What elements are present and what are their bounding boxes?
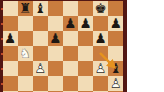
square-c4[interactable]: ♟♙ — [33, 61, 48, 76]
square-f5[interactable] — [78, 46, 93, 61]
square-d6[interactable]: ♟ — [48, 31, 63, 46]
square-b3[interactable] — [18, 76, 33, 91]
square-h3[interactable]: ♟♙ — [108, 76, 123, 91]
square-f8[interactable] — [78, 1, 93, 16]
square-e3[interactable] — [63, 76, 78, 91]
square-g7[interactable] — [93, 16, 108, 31]
square-f2[interactable] — [78, 91, 93, 92]
square-b2[interactable] — [18, 91, 33, 92]
square-e6[interactable] — [63, 31, 78, 46]
white-pawn-outline-icon: ♙ — [93, 61, 108, 76]
square-a3[interactable] — [3, 76, 18, 91]
square-c3[interactable] — [33, 76, 48, 91]
square-g4[interactable]: ♟♙ — [93, 61, 108, 76]
square-c6[interactable] — [33, 31, 48, 46]
rank-tick-3 — [1, 83, 3, 85]
square-e7[interactable]: ♟ — [63, 16, 78, 31]
piece-black-pawn-e7[interactable]: ♟ — [63, 16, 78, 31]
square-g8[interactable]: ♚ — [93, 1, 108, 16]
square-h8[interactable] — [108, 1, 123, 16]
rank-tick-6 — [1, 38, 3, 40]
square-g3[interactable] — [93, 76, 108, 91]
square-e4[interactable] — [63, 61, 78, 76]
piece-white-pawn-h3[interactable]: ♟♙ — [108, 76, 123, 91]
square-a7[interactable] — [3, 16, 18, 31]
square-f7[interactable]: ♟ — [78, 16, 93, 31]
rank-tick-7 — [1, 23, 3, 25]
rank-tick-4 — [1, 68, 3, 70]
piece-black-pawn-f7[interactable]: ♟ — [78, 16, 93, 31]
square-b5[interactable]: ♞♘ — [18, 46, 33, 61]
square-c7[interactable] — [33, 16, 48, 31]
square-a6[interactable]: ♟ — [3, 31, 18, 46]
piece-black-king-g8[interactable]: ♚ — [93, 1, 108, 16]
square-c2[interactable] — [33, 91, 48, 92]
square-f4[interactable] — [78, 61, 93, 76]
square-h2[interactable] — [108, 91, 123, 92]
piece-white-pawn-c4[interactable]: ♟♙ — [33, 61, 48, 76]
rank-tick-5 — [1, 53, 3, 55]
white-pawn-outline-icon: ♙ — [108, 76, 123, 91]
square-f3[interactable] — [78, 76, 93, 91]
square-d4[interactable] — [48, 61, 63, 76]
square-b8[interactable]: ♜ — [18, 1, 33, 16]
black-pawn-icon: ♟ — [93, 31, 108, 46]
black-bishop-icon: ♝ — [33, 1, 48, 16]
square-a8[interactable] — [3, 1, 18, 16]
square-h7[interactable]: ♟ — [108, 16, 123, 31]
screenshot-frame: ♜♝♚♟♟♟♟♟♟♞♘♟♙♟♙♝♟♙ — [0, 0, 164, 92]
square-d5[interactable] — [48, 46, 63, 61]
white-pawn-outline-icon: ♙ — [33, 61, 48, 76]
board-grid: ♜♝♚♟♟♟♟♟♟♞♘♟♙♟♙♝♟♙ — [3, 1, 124, 92]
square-g6[interactable]: ♟ — [93, 31, 108, 46]
piece-black-rook-b8[interactable]: ♜ — [18, 1, 33, 16]
square-d8[interactable] — [48, 1, 63, 16]
square-e2[interactable] — [63, 91, 78, 92]
square-b6[interactable] — [18, 31, 33, 46]
square-f6[interactable] — [78, 31, 93, 46]
square-h5[interactable] — [108, 46, 123, 61]
black-king-icon: ♚ — [93, 1, 108, 16]
square-a2[interactable] — [3, 91, 18, 92]
square-e5[interactable] — [63, 46, 78, 61]
piece-black-pawn-a6[interactable]: ♟ — [3, 31, 18, 46]
black-pawn-icon: ♟ — [3, 31, 18, 46]
piece-white-pawn-g4[interactable]: ♟♙ — [93, 61, 108, 76]
black-pawn-icon: ♟ — [63, 16, 78, 31]
chess-board: ♜♝♚♟♟♟♟♟♟♞♘♟♙♟♙♝♟♙ — [0, 0, 127, 92]
rank-tick-8 — [1, 8, 3, 10]
black-pawn-icon: ♟ — [78, 16, 93, 31]
square-h4[interactable]: ♝ — [108, 61, 123, 76]
square-g2[interactable] — [93, 91, 108, 92]
square-g5[interactable] — [93, 46, 108, 61]
piece-black-bishop-h4[interactable]: ♝ — [108, 61, 123, 76]
square-b7[interactable] — [18, 16, 33, 31]
piece-black-pawn-g6[interactable]: ♟ — [93, 31, 108, 46]
piece-black-pawn-h7[interactable]: ♟ — [108, 16, 123, 31]
black-pawn-icon: ♟ — [48, 31, 63, 46]
square-a4[interactable] — [3, 61, 18, 76]
square-h6[interactable] — [108, 31, 123, 46]
square-d2[interactable] — [48, 91, 63, 92]
square-e8[interactable] — [63, 1, 78, 16]
black-pawn-icon: ♟ — [108, 16, 123, 31]
white-knight-outline-icon: ♘ — [18, 46, 33, 61]
square-d7[interactable] — [48, 16, 63, 31]
square-b4[interactable] — [18, 61, 33, 76]
square-c8[interactable]: ♝ — [33, 1, 48, 16]
piece-black-bishop-c8[interactable]: ♝ — [33, 1, 48, 16]
square-c5[interactable] — [33, 46, 48, 61]
piece-black-pawn-d6[interactable]: ♟ — [48, 31, 63, 46]
right-whitespace — [127, 0, 164, 92]
square-d3[interactable] — [48, 76, 63, 91]
board-clip: ♜♝♚♟♟♟♟♟♟♞♘♟♙♟♙♝♟♙ — [3, 1, 124, 92]
black-bishop-icon: ♝ — [108, 61, 123, 76]
square-a5[interactable] — [3, 46, 18, 61]
piece-white-knight-b5[interactable]: ♞♘ — [18, 46, 33, 61]
black-rook-icon: ♜ — [18, 1, 33, 16]
